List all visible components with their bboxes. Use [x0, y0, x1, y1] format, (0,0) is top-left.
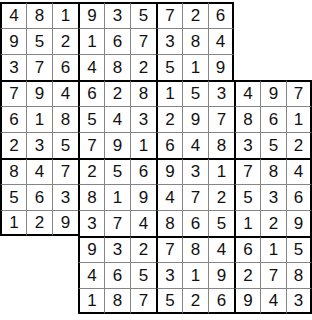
sudoku-cell-r2c9[interactable]: 4: [208, 28, 234, 54]
sudoku-cell-r4c10[interactable]: 4: [234, 80, 260, 106]
sudoku-cell-r12c8[interactable]: 2: [182, 288, 208, 314]
sudoku-cell-r8c1[interactable]: 5: [0, 184, 26, 210]
sudoku-cell-r7c9[interactable]: 1: [208, 158, 234, 184]
sudoku-cell-r1c3[interactable]: 1: [52, 2, 78, 28]
sudoku-cell-r6c11[interactable]: 5: [260, 132, 286, 158]
sudoku-cell-r1c1[interactable]: 4: [0, 2, 26, 28]
empty-filler-cell: [26, 262, 52, 288]
sudoku-cell-r11c12[interactable]: 8: [286, 262, 312, 288]
sudoku-cell-r4c2[interactable]: 9: [26, 80, 52, 106]
empty-filler-cell: [26, 288, 52, 314]
sudoku-cell-r4c12[interactable]: 7: [286, 80, 312, 106]
sudoku-cell-r3c6[interactable]: 2: [130, 54, 156, 80]
sudoku-cell-r5c10[interactable]: 8: [234, 106, 260, 132]
sudoku-cell-r4c5[interactable]: 2: [104, 80, 130, 106]
sudoku-cell-r10c5[interactable]: 3: [104, 236, 130, 262]
sudoku-cell-r7c7[interactable]: 9: [156, 158, 182, 184]
page-background: 4819357269521673843764825197946281534976…: [0, 0, 312, 320]
empty-filler-cell: [0, 262, 26, 288]
sudoku-cell-r8c2[interactable]: 6: [26, 184, 52, 210]
sudoku-cell-r5c11[interactable]: 6: [260, 106, 286, 132]
sudoku-cell-r1c5[interactable]: 3: [104, 2, 130, 28]
sudoku-cell-r6c6[interactable]: 1: [130, 132, 156, 158]
empty-filler-cell: [260, 28, 286, 54]
sudoku-cell-r6c5[interactable]: 9: [104, 132, 130, 158]
sudoku-cell-r5c2[interactable]: 1: [26, 106, 52, 132]
sudoku-cell-r4c6[interactable]: 8: [130, 80, 156, 106]
sudoku-cell-r6c7[interactable]: 6: [156, 132, 182, 158]
sudoku-cell-r11c6[interactable]: 5: [130, 262, 156, 288]
sudoku-cell-r3c7[interactable]: 5: [156, 54, 182, 80]
sudoku-cell-r11c11[interactable]: 7: [260, 262, 286, 288]
sudoku-cell-r6c10[interactable]: 3: [234, 132, 260, 158]
sudoku-cell-r9c1[interactable]: 1: [0, 210, 26, 236]
sudoku-cell-r1c2[interactable]: 8: [26, 2, 52, 28]
sudoku-cell-r10c7[interactable]: 7: [156, 236, 182, 262]
sudoku-cell-r3c3[interactable]: 6: [52, 54, 78, 80]
sudoku-cell-r4c8[interactable]: 5: [182, 80, 208, 106]
sudoku-cell-r8c9[interactable]: 2: [208, 184, 234, 210]
sudoku-cell-r8c11[interactable]: 3: [260, 184, 286, 210]
sudoku-cell-r6c8[interactable]: 4: [182, 132, 208, 158]
sudoku-cell-r2c1[interactable]: 9: [0, 28, 26, 54]
sudoku-cell-r2c5[interactable]: 6: [104, 28, 130, 54]
sudoku-cell-r12c12[interactable]: 3: [286, 288, 312, 314]
sudoku-cell-r12c11[interactable]: 4: [260, 288, 286, 314]
sudoku-cell-r9c2[interactable]: 2: [26, 210, 52, 236]
sudoku-cell-r6c4[interactable]: 7: [78, 132, 104, 158]
empty-filler-cell: [286, 2, 312, 28]
sudoku-cell-r2c4[interactable]: 1: [78, 28, 104, 54]
sudoku-cell-r6c1[interactable]: 2: [0, 132, 26, 158]
sudoku-cell-r9c9[interactable]: 5: [208, 210, 234, 236]
sudoku-cell-r4c11[interactable]: 9: [260, 80, 286, 106]
sudoku-cell-r12c10[interactable]: 9: [234, 288, 260, 314]
sudoku-cell-r4c1[interactable]: 7: [0, 80, 26, 106]
sudoku-cell-r12c7[interactable]: 5: [156, 288, 182, 314]
empty-filler-cell: [286, 54, 312, 80]
sudoku-cell-r5c7[interactable]: 2: [156, 106, 182, 132]
sudoku-cell-r6c9[interactable]: 8: [208, 132, 234, 158]
sudoku-cell-r11c4[interactable]: 4: [78, 262, 104, 288]
sudoku-cell-r11c9[interactable]: 9: [208, 262, 234, 288]
sudoku-cell-r3c2[interactable]: 7: [26, 54, 52, 80]
empty-filler-cell: [260, 2, 286, 28]
sudoku-cell-r1c7[interactable]: 7: [156, 2, 182, 28]
sudoku-cell-r7c4[interactable]: 2: [78, 158, 104, 184]
sudoku-cell-r1c9[interactable]: 6: [208, 2, 234, 28]
sudoku-cell-r3c5[interactable]: 8: [104, 54, 130, 80]
sudoku-cell-r9c8[interactable]: 6: [182, 210, 208, 236]
sudoku-cell-r3c8[interactable]: 1: [182, 54, 208, 80]
sudoku-cell-r7c3[interactable]: 7: [52, 158, 78, 184]
empty-filler-cell: [234, 54, 260, 80]
sudoku-cell-r8c12[interactable]: 6: [286, 184, 312, 210]
sudoku-cell-r6c2[interactable]: 3: [26, 132, 52, 158]
sudoku-cell-r9c10[interactable]: 1: [234, 210, 260, 236]
sudoku-cell-r12c4[interactable]: 1: [78, 288, 104, 314]
sudoku-cell-r8c10[interactable]: 5: [234, 184, 260, 210]
sudoku-cell-r11c5[interactable]: 6: [104, 262, 130, 288]
sudoku-cell-r7c5[interactable]: 5: [104, 158, 130, 184]
sudoku-cell-r2c7[interactable]: 3: [156, 28, 182, 54]
sudoku-cell-r4c3[interactable]: 4: [52, 80, 78, 106]
sudoku-cell-r7c1[interactable]: 8: [0, 158, 26, 184]
sudoku-cell-r8c3[interactable]: 3: [52, 184, 78, 210]
empty-filler-cell: [52, 236, 78, 262]
sudoku-cell-r2c2[interactable]: 5: [26, 28, 52, 54]
sudoku-cell-r4c7[interactable]: 1: [156, 80, 182, 106]
sudoku-cell-r5c8[interactable]: 9: [182, 106, 208, 132]
sudoku-cell-r9c4[interactable]: 3: [78, 210, 104, 236]
sudoku-cell-r3c1[interactable]: 3: [0, 54, 26, 80]
sudoku-cell-r10c9[interactable]: 4: [208, 236, 234, 262]
sudoku-cell-r1c8[interactable]: 2: [182, 2, 208, 28]
sudoku-cell-r2c3[interactable]: 2: [52, 28, 78, 54]
sudoku-cell-r12c9[interactable]: 6: [208, 288, 234, 314]
twin-sudoku-board: 4819357269521673843764825197946281534976…: [0, 2, 312, 314]
sudoku-cell-r7c11[interactable]: 8: [260, 158, 286, 184]
sudoku-cell-r2c8[interactable]: 8: [182, 28, 208, 54]
sudoku-cell-r12c6[interactable]: 7: [130, 288, 156, 314]
sudoku-cell-r9c11[interactable]: 2: [260, 210, 286, 236]
sudoku-cell-r7c2[interactable]: 4: [26, 158, 52, 184]
sudoku-cell-r3c4[interactable]: 4: [78, 54, 104, 80]
sudoku-cell-r9c12[interactable]: 9: [286, 210, 312, 236]
sudoku-cell-r9c5[interactable]: 7: [104, 210, 130, 236]
empty-filler-cell: [234, 2, 260, 28]
sudoku-cell-r10c10[interactable]: 6: [234, 236, 260, 262]
sudoku-cell-r10c6[interactable]: 2: [130, 236, 156, 262]
sudoku-cell-r11c7[interactable]: 3: [156, 262, 182, 288]
sudoku-cell-r7c10[interactable]: 7: [234, 158, 260, 184]
sudoku-cell-r9c6[interactable]: 4: [130, 210, 156, 236]
sudoku-cell-r5c1[interactable]: 6: [0, 106, 26, 132]
sudoku-cell-r12c5[interactable]: 8: [104, 288, 130, 314]
sudoku-cell-r8c6[interactable]: 9: [130, 184, 156, 210]
sudoku-cell-r6c3[interactable]: 5: [52, 132, 78, 158]
sudoku-cell-r8c7[interactable]: 4: [156, 184, 182, 210]
empty-filler-cell: [286, 28, 312, 54]
empty-filler-cell: [0, 288, 26, 314]
sudoku-cell-r9c7[interactable]: 8: [156, 210, 182, 236]
sudoku-cell-r10c4[interactable]: 9: [78, 236, 104, 262]
sudoku-cell-r11c8[interactable]: 1: [182, 262, 208, 288]
sudoku-cell-r7c12[interactable]: 4: [286, 158, 312, 184]
sudoku-cell-r5c5[interactable]: 4: [104, 106, 130, 132]
sudoku-cell-r8c5[interactable]: 1: [104, 184, 130, 210]
empty-filler-cell: [52, 288, 78, 314]
sudoku-cell-r5c6[interactable]: 3: [130, 106, 156, 132]
sudoku-cell-r10c11[interactable]: 1: [260, 236, 286, 262]
sudoku-cell-r8c4[interactable]: 8: [78, 184, 104, 210]
sudoku-cell-r2c6[interactable]: 7: [130, 28, 156, 54]
sudoku-cell-r1c4[interactable]: 9: [78, 2, 104, 28]
sudoku-cell-r1c6[interactable]: 5: [130, 2, 156, 28]
sudoku-cell-r7c8[interactable]: 3: [182, 158, 208, 184]
sudoku-cell-r10c12[interactable]: 5: [286, 236, 312, 262]
sudoku-cell-r5c9[interactable]: 7: [208, 106, 234, 132]
empty-filler-cell: [260, 54, 286, 80]
sudoku-cell-r7c6[interactable]: 6: [130, 158, 156, 184]
sudoku-cell-r6c12[interactable]: 2: [286, 132, 312, 158]
sudoku-cell-r8c8[interactable]: 7: [182, 184, 208, 210]
sudoku-cell-r10c8[interactable]: 8: [182, 236, 208, 262]
sudoku-cell-r5c3[interactable]: 8: [52, 106, 78, 132]
sudoku-cell-r4c9[interactable]: 3: [208, 80, 234, 106]
empty-filler-cell: [52, 262, 78, 288]
sudoku-cell-r4c4[interactable]: 6: [78, 80, 104, 106]
sudoku-cell-r5c4[interactable]: 5: [78, 106, 104, 132]
empty-filler-cell: [0, 236, 26, 262]
sudoku-cell-r11c10[interactable]: 2: [234, 262, 260, 288]
sudoku-cell-r3c9[interactable]: 9: [208, 54, 234, 80]
empty-filler-cell: [26, 236, 52, 262]
sudoku-cell-r9c3[interactable]: 9: [52, 210, 78, 236]
sudoku-cell-r5c12[interactable]: 1: [286, 106, 312, 132]
empty-filler-cell: [234, 28, 260, 54]
